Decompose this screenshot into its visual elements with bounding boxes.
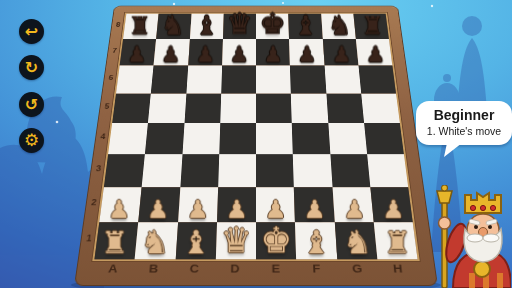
piece-black-knight[interactable]: ♞ <box>156 12 189 39</box>
square-a4[interactable] <box>108 123 148 154</box>
square-h5[interactable] <box>361 94 400 124</box>
board-scene: ♜♞♝♛♚♝♞♜♟♟♟♟♟♟♟♟♟♟♟♟♟♟♟♟♜♞♝♛♚♝♞♜ 8765432… <box>74 0 438 286</box>
piece-white-pawn[interactable]: ♟ <box>139 197 178 222</box>
piece-white-bishop[interactable]: ♝ <box>175 226 215 258</box>
square-h1[interactable]: ♜ <box>374 222 418 259</box>
rank-label-7: 7 <box>109 47 120 54</box>
square-e5[interactable] <box>256 94 292 124</box>
square-g8[interactable]: ♞ <box>321 14 356 39</box>
undo-icon: ↺ <box>25 97 38 113</box>
hand <box>439 217 451 229</box>
square-e3[interactable] <box>256 154 294 187</box>
square-h3[interactable] <box>367 154 408 187</box>
rank-label-4: 4 <box>97 133 110 141</box>
square-f4[interactable] <box>292 123 330 154</box>
square-b6[interactable] <box>151 66 188 94</box>
undo-button[interactable]: ↺ <box>19 92 44 117</box>
piece-white-pawn[interactable]: ♟ <box>334 197 373 222</box>
square-e8[interactable]: ♚ <box>256 14 289 39</box>
square-b2[interactable]: ♟ <box>138 187 179 222</box>
square-g7[interactable]: ♟ <box>322 39 358 66</box>
difficulty-label: Beginner <box>418 107 510 123</box>
square-b7[interactable]: ♟ <box>154 39 190 66</box>
rank-label-3: 3 <box>92 165 105 173</box>
square-e6[interactable] <box>256 66 291 94</box>
square-b3[interactable] <box>142 154 182 187</box>
square-f8[interactable]: ♝ <box>288 14 322 39</box>
square-h7[interactable]: ♟ <box>356 39 393 66</box>
piece-black-knight[interactable]: ♞ <box>322 12 355 39</box>
square-e4[interactable] <box>256 123 293 154</box>
rank-label-8: 8 <box>113 22 124 28</box>
piece-white-pawn[interactable]: ♟ <box>99 197 138 222</box>
file-label-f: F <box>296 262 337 275</box>
piece-white-queen[interactable]: ♛ <box>216 223 256 258</box>
square-g4[interactable] <box>328 123 367 154</box>
file-label-g: G <box>337 262 379 275</box>
square-c4[interactable] <box>182 123 220 154</box>
square-f3[interactable] <box>293 154 332 187</box>
square-b4[interactable] <box>145 123 184 154</box>
piece-black-pawn[interactable]: ♟ <box>188 43 222 64</box>
piece-white-king[interactable]: ♚ <box>256 223 296 258</box>
square-d4[interactable] <box>219 123 256 154</box>
piece-white-pawn[interactable]: ♟ <box>295 197 334 222</box>
square-a6[interactable] <box>116 66 154 94</box>
file-label-a: A <box>92 262 134 275</box>
piece-black-pawn[interactable]: ♟ <box>256 43 290 64</box>
square-c1[interactable]: ♝ <box>175 222 217 259</box>
piece-black-pawn[interactable]: ♟ <box>290 43 324 64</box>
square-b1[interactable]: ♞ <box>135 222 178 259</box>
chess-board: ♜♞♝♛♚♝♞♜♟♟♟♟♟♟♟♟♟♟♟♟♟♟♟♟♜♞♝♛♚♝♞♜ 8765432… <box>74 6 438 286</box>
rank-label-1: 1 <box>82 234 96 243</box>
square-e2[interactable]: ♟ <box>256 187 295 222</box>
square-e7[interactable]: ♟ <box>256 39 290 66</box>
square-c8[interactable]: ♝ <box>190 14 224 39</box>
square-a2[interactable]: ♟ <box>99 187 142 222</box>
piece-white-pawn[interactable]: ♟ <box>178 197 217 222</box>
crown <box>465 193 501 213</box>
piece-white-pawn[interactable]: ♟ <box>217 197 256 222</box>
rank-label-5: 5 <box>101 103 113 110</box>
square-f7[interactable]: ♟ <box>289 39 324 66</box>
square-f5[interactable] <box>291 94 328 124</box>
redo-button[interactable]: ↻ <box>19 55 44 80</box>
file-label-c: C <box>174 262 215 275</box>
square-c6[interactable] <box>186 66 222 94</box>
back-icon: ↩ <box>25 24 38 40</box>
square-d8[interactable]: ♛ <box>223 14 256 39</box>
square-g5[interactable] <box>326 94 364 124</box>
back-button[interactable]: ↩ <box>19 19 44 44</box>
square-b5[interactable] <box>148 94 186 124</box>
square-h6[interactable] <box>358 66 396 94</box>
file-label-d: D <box>215 262 256 275</box>
square-d2[interactable]: ♟ <box>217 187 256 222</box>
piece-white-rook[interactable]: ♜ <box>377 228 417 258</box>
square-a8[interactable]: ♜ <box>123 14 159 39</box>
piece-black-queen[interactable]: ♛ <box>223 9 256 38</box>
square-c3[interactable] <box>180 154 219 187</box>
square-g3[interactable] <box>330 154 370 187</box>
piece-black-pawn[interactable]: ♟ <box>222 43 256 64</box>
square-c7[interactable]: ♟ <box>188 39 223 66</box>
square-c2[interactable]: ♟ <box>178 187 218 222</box>
square-d6[interactable] <box>221 66 256 94</box>
square-d3[interactable] <box>218 154 256 187</box>
screen: { "game": "chess", "position": "rnbqkbnr… <box>0 0 512 288</box>
piece-black-pawn[interactable]: ♟ <box>154 43 188 64</box>
piece-white-knight[interactable]: ♞ <box>135 226 175 258</box>
file-label-e: E <box>256 262 297 275</box>
square-g2[interactable]: ♟ <box>332 187 373 222</box>
square-g1[interactable]: ♞ <box>334 222 377 259</box>
piece-black-bishop[interactable]: ♝ <box>289 12 322 39</box>
piece-white-pawn[interactable]: ♟ <box>256 197 295 222</box>
rank-label-6: 6 <box>105 74 117 81</box>
square-a3[interactable] <box>104 154 145 187</box>
square-a5[interactable] <box>112 94 151 124</box>
status-bubble: Beginner 1. White's move <box>416 101 512 145</box>
square-e1[interactable]: ♚ <box>256 222 296 259</box>
square-b8[interactable]: ♞ <box>156 14 191 39</box>
square-h4[interactable] <box>364 123 404 154</box>
square-f6[interactable] <box>290 66 326 94</box>
square-f1[interactable]: ♝ <box>295 222 337 259</box>
square-g6[interactable] <box>324 66 361 94</box>
gear-icon: ⚙ <box>24 132 39 149</box>
piece-white-rook[interactable]: ♜ <box>95 228 135 258</box>
move-status-label: 1. White's move <box>418 125 510 137</box>
square-a7[interactable]: ♟ <box>120 39 157 66</box>
file-label-h: H <box>377 262 419 275</box>
piece-white-knight[interactable]: ♞ <box>337 226 377 258</box>
settings-button[interactable]: ⚙ <box>19 128 44 153</box>
piece-black-king[interactable]: ♚ <box>256 9 289 38</box>
board-grid: ♜♞♝♛♚♝♞♜♟♟♟♟♟♟♟♟♟♟♟♟♟♟♟♟♜♞♝♛♚♝♞♜ <box>94 14 417 260</box>
square-f2[interactable]: ♟ <box>294 187 334 222</box>
square-h2[interactable]: ♟ <box>370 187 413 222</box>
piece-black-rook[interactable]: ♜ <box>356 13 389 38</box>
square-h8[interactable]: ♜ <box>353 14 389 39</box>
piece-black-pawn[interactable]: ♟ <box>358 43 392 64</box>
rank-label-2: 2 <box>87 198 100 207</box>
square-c5[interactable] <box>184 94 221 124</box>
square-a1[interactable]: ♜ <box>94 222 138 259</box>
redo-icon: ↻ <box>25 60 38 76</box>
piece-black-pawn[interactable]: ♟ <box>324 43 358 64</box>
piece-black-bishop[interactable]: ♝ <box>190 12 223 39</box>
piece-black-pawn[interactable]: ♟ <box>120 43 154 64</box>
square-d7[interactable]: ♟ <box>222 39 256 66</box>
piece-white-pawn[interactable]: ♟ <box>373 197 412 222</box>
king-character-illustration <box>417 185 511 288</box>
square-d1[interactable]: ♛ <box>216 222 256 259</box>
square-d5[interactable] <box>220 94 256 124</box>
piece-black-rook[interactable]: ♜ <box>123 13 156 38</box>
piece-white-bishop[interactable]: ♝ <box>296 226 336 258</box>
file-label-b: B <box>133 262 175 275</box>
medallion <box>474 261 490 277</box>
